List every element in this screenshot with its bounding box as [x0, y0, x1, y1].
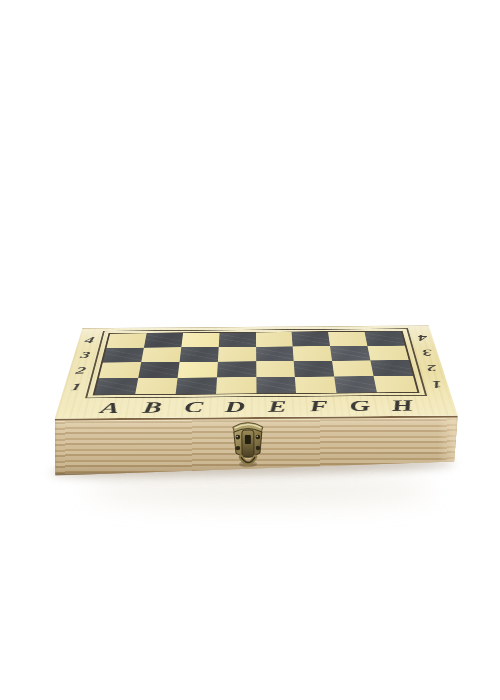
board-square-g1: [334, 376, 377, 393]
board-square-e4: [256, 332, 293, 346]
file-label-h: H: [390, 398, 415, 413]
rank-label-right-1: 1: [430, 379, 443, 389]
board-grid: [93, 331, 420, 396]
product-photo: ABCDEFGH 4321 4321: [0, 0, 500, 700]
board-square-b3: [141, 347, 181, 362]
rank-label-right-3: 3: [420, 348, 432, 357]
folded-chess-box: ABCDEFGH 4321 4321: [54, 323, 458, 476]
file-label-f: F: [309, 399, 329, 414]
board-square-h3: [367, 345, 408, 360]
board-square-d3: [218, 347, 256, 362]
board-square-c1: [175, 377, 216, 394]
board-square-g3: [330, 346, 370, 361]
board-square-h1: [374, 376, 418, 393]
rank-label-left-2: 2: [74, 366, 86, 376]
board-square-f3: [293, 346, 332, 361]
box-soft-shadow: [85, 476, 435, 504]
board-square-g4: [328, 332, 367, 346]
board-square-f4: [292, 332, 330, 346]
file-label-c: C: [184, 400, 204, 415]
board-square-h4: [365, 331, 405, 345]
board-square-c4: [181, 333, 219, 347]
board-square-e1: [256, 377, 296, 394]
file-label-d: D: [225, 399, 245, 414]
clasp-latch-icon: [226, 417, 270, 471]
rank-label-left-4: 4: [83, 336, 95, 345]
rank-label-right-2: 2: [425, 363, 438, 373]
board-square-b4: [144, 333, 183, 347]
board-square-a1: [95, 378, 138, 395]
board-square-h2: [370, 360, 412, 376]
board-square-a2: [99, 362, 141, 378]
board-square-d1: [216, 377, 256, 394]
box-lid: ABCDEFGH 4321 4321: [54, 323, 458, 418]
chessboard-print: ABCDEFGH 4321 4321: [55, 326, 458, 419]
board-square-c2: [177, 362, 217, 378]
board-square-a3: [103, 347, 144, 362]
file-label-b: B: [141, 400, 162, 415]
rank-label-left-1: 1: [69, 382, 82, 392]
board-square-f2: [294, 361, 334, 377]
board-square-b2: [138, 362, 179, 378]
rank-label-left-3: 3: [79, 350, 91, 359]
rank-label-right-4: 4: [416, 333, 428, 342]
board-square-g2: [332, 360, 373, 376]
board-square-a4: [107, 333, 147, 347]
board-square-e3: [256, 346, 294, 361]
file-label-g: G: [349, 398, 372, 413]
board-square-e2: [256, 361, 295, 377]
board-square-f1: [295, 376, 337, 393]
board-square-d4: [218, 333, 255, 347]
file-label-a: A: [99, 400, 121, 415]
file-label-e: E: [268, 399, 287, 414]
board-square-d2: [217, 361, 256, 377]
file-labels: ABCDEFGH: [87, 396, 426, 417]
board-square-b1: [135, 378, 177, 395]
board-square-c3: [179, 347, 218, 362]
